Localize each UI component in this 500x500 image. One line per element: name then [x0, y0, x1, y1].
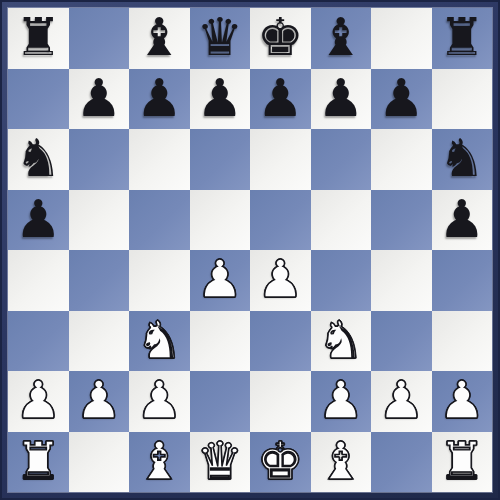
black-knight-piece[interactable]: ♞: [15, 132, 62, 184]
square-c6[interactable]: [129, 129, 190, 190]
black-pawn-piece[interactable]: ♟: [75, 72, 122, 124]
square-b3[interactable]: [69, 311, 130, 372]
square-b5[interactable]: [69, 190, 130, 251]
square-h5[interactable]: ♟: [432, 190, 493, 251]
square-e1[interactable]: ♚: [250, 432, 311, 493]
square-d7[interactable]: ♟: [190, 69, 251, 130]
square-g8[interactable]: [371, 8, 432, 69]
white-pawn-piece[interactable]: ♟: [75, 374, 122, 426]
chess-board: ♜♝♛♚♝♜♟♟♟♟♟♟♞♞♟♟♟♟♞♞♟♟♟♟♟♟♜♝♛♚♝♜: [8, 8, 492, 492]
square-h8[interactable]: ♜: [432, 8, 493, 69]
square-f7[interactable]: ♟: [311, 69, 372, 130]
black-pawn-piece[interactable]: ♟: [257, 72, 304, 124]
square-e8[interactable]: ♚: [250, 8, 311, 69]
square-d4[interactable]: ♟: [190, 250, 251, 311]
black-rook-piece[interactable]: ♜: [15, 11, 62, 63]
black-rook-piece[interactable]: ♜: [438, 11, 485, 63]
square-g2[interactable]: ♟: [371, 371, 432, 432]
square-e6[interactable]: [250, 129, 311, 190]
white-king-piece[interactable]: ♚: [257, 435, 304, 487]
square-d1[interactable]: ♛: [190, 432, 251, 493]
square-a5[interactable]: ♟: [8, 190, 69, 251]
square-h4[interactable]: [432, 250, 493, 311]
black-queen-piece[interactable]: ♛: [196, 11, 243, 63]
square-c5[interactable]: [129, 190, 190, 251]
square-e5[interactable]: [250, 190, 311, 251]
white-pawn-piece[interactable]: ♟: [15, 374, 62, 426]
square-h7[interactable]: [432, 69, 493, 130]
square-f5[interactable]: [311, 190, 372, 251]
square-a2[interactable]: ♟: [8, 371, 69, 432]
square-f4[interactable]: [311, 250, 372, 311]
square-e7[interactable]: ♟: [250, 69, 311, 130]
square-b1[interactable]: [69, 432, 130, 493]
square-a4[interactable]: [8, 250, 69, 311]
black-knight-piece[interactable]: ♞: [438, 132, 485, 184]
white-pawn-piece[interactable]: ♟: [438, 374, 485, 426]
black-pawn-piece[interactable]: ♟: [378, 72, 425, 124]
black-king-piece[interactable]: ♚: [257, 11, 304, 63]
square-e3[interactable]: [250, 311, 311, 372]
square-a3[interactable]: [8, 311, 69, 372]
square-b8[interactable]: [69, 8, 130, 69]
white-queen-piece[interactable]: ♛: [196, 435, 243, 487]
white-knight-piece[interactable]: ♞: [317, 314, 364, 366]
white-knight-piece[interactable]: ♞: [136, 314, 183, 366]
square-f6[interactable]: [311, 129, 372, 190]
square-e4[interactable]: ♟: [250, 250, 311, 311]
white-rook-piece[interactable]: ♜: [15, 435, 62, 487]
square-g1[interactable]: [371, 432, 432, 493]
square-h1[interactable]: ♜: [432, 432, 493, 493]
black-pawn-piece[interactable]: ♟: [438, 193, 485, 245]
square-f2[interactable]: ♟: [311, 371, 372, 432]
white-pawn-piece[interactable]: ♟: [196, 253, 243, 305]
square-f1[interactable]: ♝: [311, 432, 372, 493]
square-a7[interactable]: [8, 69, 69, 130]
white-pawn-piece[interactable]: ♟: [317, 374, 364, 426]
white-pawn-piece[interactable]: ♟: [378, 374, 425, 426]
black-pawn-piece[interactable]: ♟: [15, 193, 62, 245]
square-e2[interactable]: [250, 371, 311, 432]
square-c3[interactable]: ♞: [129, 311, 190, 372]
square-h6[interactable]: ♞: [432, 129, 493, 190]
square-g6[interactable]: [371, 129, 432, 190]
square-g3[interactable]: [371, 311, 432, 372]
black-pawn-piece[interactable]: ♟: [196, 72, 243, 124]
square-h2[interactable]: ♟: [432, 371, 493, 432]
square-a6[interactable]: ♞: [8, 129, 69, 190]
square-c2[interactable]: ♟: [129, 371, 190, 432]
square-g7[interactable]: ♟: [371, 69, 432, 130]
square-d2[interactable]: [190, 371, 251, 432]
square-g5[interactable]: [371, 190, 432, 251]
white-pawn-piece[interactable]: ♟: [136, 374, 183, 426]
square-c7[interactable]: ♟: [129, 69, 190, 130]
square-f8[interactable]: ♝: [311, 8, 372, 69]
black-bishop-piece[interactable]: ♝: [136, 11, 183, 63]
square-d5[interactable]: [190, 190, 251, 251]
square-d8[interactable]: ♛: [190, 8, 251, 69]
square-c4[interactable]: [129, 250, 190, 311]
square-h3[interactable]: [432, 311, 493, 372]
board-frame: ♜♝♛♚♝♜♟♟♟♟♟♟♞♞♟♟♟♟♞♞♟♟♟♟♟♟♜♝♛♚♝♜: [0, 0, 500, 500]
black-bishop-piece[interactable]: ♝: [317, 11, 364, 63]
square-b4[interactable]: [69, 250, 130, 311]
black-pawn-piece[interactable]: ♟: [317, 72, 364, 124]
black-pawn-piece[interactable]: ♟: [136, 72, 183, 124]
square-c8[interactable]: ♝: [129, 8, 190, 69]
square-a8[interactable]: ♜: [8, 8, 69, 69]
white-pawn-piece[interactable]: ♟: [257, 253, 304, 305]
white-bishop-piece[interactable]: ♝: [317, 435, 364, 487]
square-g4[interactable]: [371, 250, 432, 311]
white-rook-piece[interactable]: ♜: [438, 435, 485, 487]
square-c1[interactable]: ♝: [129, 432, 190, 493]
square-b2[interactable]: ♟: [69, 371, 130, 432]
square-b7[interactable]: ♟: [69, 69, 130, 130]
square-d3[interactable]: [190, 311, 251, 372]
square-d6[interactable]: [190, 129, 251, 190]
white-bishop-piece[interactable]: ♝: [136, 435, 183, 487]
square-a1[interactable]: ♜: [8, 432, 69, 493]
square-f3[interactable]: ♞: [311, 311, 372, 372]
square-b6[interactable]: [69, 129, 130, 190]
